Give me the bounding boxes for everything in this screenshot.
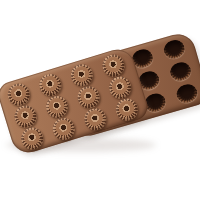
fluted-bump-cavity [68,62,95,89]
round-hole-cavity [174,82,199,105]
fluted-bump-cavity [5,81,32,108]
fluted-bump-cavity [50,115,77,142]
fluted-bump-cavity [82,106,109,133]
fluted-bump-cavity [75,84,102,111]
fluted-bump-cavity [18,125,45,152]
fluted-bump-cavity [12,103,39,130]
round-hole-cavity [168,60,193,83]
fluted-bump-cavity [113,96,140,123]
product-photo [0,0,200,200]
round-hole-cavity [161,38,186,61]
fluted-bump-cavity [37,71,64,98]
fluted-bump-cavity [100,52,127,79]
fluted-bump-cavity [106,74,133,101]
fluted-bump-cavity [43,93,70,120]
